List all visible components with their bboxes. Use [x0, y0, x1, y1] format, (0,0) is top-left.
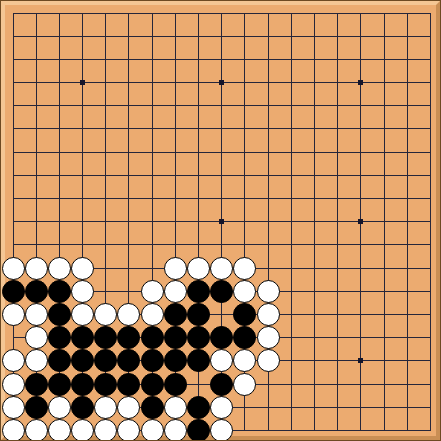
intersection[interactable] [117, 349, 140, 372]
intersection[interactable] [373, 2, 396, 25]
intersection[interactable] [396, 25, 419, 48]
intersection[interactable] [419, 164, 441, 187]
black-stone[interactable] [25, 373, 48, 396]
intersection[interactable] [257, 373, 280, 396]
intersection[interactable] [303, 2, 326, 25]
intersection[interactable] [141, 2, 164, 25]
black-stone[interactable] [210, 326, 233, 349]
intersection[interactable] [187, 257, 210, 280]
intersection[interactable] [280, 94, 303, 117]
white-stone[interactable] [164, 257, 187, 280]
intersection[interactable] [164, 233, 187, 256]
white-stone[interactable] [257, 326, 280, 349]
intersection[interactable] [164, 117, 187, 140]
intersection[interactable] [419, 71, 441, 94]
black-stone[interactable] [141, 349, 164, 372]
black-stone[interactable] [71, 326, 94, 349]
intersection[interactable] [326, 210, 349, 233]
intersection[interactable] [373, 164, 396, 187]
intersection[interactable] [187, 25, 210, 48]
intersection[interactable] [419, 2, 441, 25]
intersection[interactable] [257, 2, 280, 25]
intersection[interactable] [396, 303, 419, 326]
intersection[interactable] [25, 280, 48, 303]
intersection[interactable] [48, 326, 71, 349]
intersection[interactable] [187, 303, 210, 326]
intersection[interactable] [71, 94, 94, 117]
intersection[interactable] [210, 373, 233, 396]
black-stone[interactable] [187, 349, 210, 372]
intersection[interactable] [71, 396, 94, 419]
intersection[interactable] [233, 257, 256, 280]
intersection[interactable] [141, 187, 164, 210]
intersection[interactable] [48, 164, 71, 187]
intersection[interactable] [233, 187, 256, 210]
intersection[interactable] [257, 419, 280, 441]
intersection[interactable] [164, 25, 187, 48]
intersection[interactable] [141, 326, 164, 349]
intersection[interactable] [349, 326, 372, 349]
intersection[interactable] [373, 257, 396, 280]
white-stone[interactable] [2, 396, 25, 419]
intersection[interactable] [94, 94, 117, 117]
intersection[interactable] [419, 419, 441, 441]
black-stone[interactable] [164, 349, 187, 372]
intersection[interactable] [94, 71, 117, 94]
intersection[interactable] [94, 349, 117, 372]
intersection[interactable] [117, 396, 140, 419]
intersection[interactable] [48, 187, 71, 210]
white-stone[interactable] [117, 396, 140, 419]
intersection[interactable] [48, 94, 71, 117]
intersection[interactable] [94, 210, 117, 233]
intersection[interactable] [117, 187, 140, 210]
white-stone[interactable] [233, 257, 256, 280]
intersection[interactable] [396, 210, 419, 233]
white-stone[interactable] [164, 396, 187, 419]
intersection[interactable] [71, 71, 94, 94]
intersection[interactable] [280, 257, 303, 280]
intersection[interactable] [48, 48, 71, 71]
intersection[interactable] [94, 187, 117, 210]
intersection[interactable] [326, 257, 349, 280]
intersection[interactable] [373, 210, 396, 233]
intersection[interactable] [187, 396, 210, 419]
intersection[interactable] [396, 94, 419, 117]
intersection[interactable] [187, 164, 210, 187]
black-stone[interactable] [187, 396, 210, 419]
intersection[interactable] [303, 187, 326, 210]
intersection[interactable] [257, 280, 280, 303]
white-stone[interactable] [71, 419, 94, 441]
black-stone[interactable] [141, 396, 164, 419]
intersection[interactable] [71, 349, 94, 372]
intersection[interactable] [141, 71, 164, 94]
intersection[interactable] [48, 210, 71, 233]
intersection[interactable] [396, 48, 419, 71]
intersection[interactable] [25, 210, 48, 233]
intersection[interactable] [349, 48, 372, 71]
intersection[interactable] [141, 419, 164, 441]
intersection[interactable] [303, 373, 326, 396]
white-stone[interactable] [117, 303, 140, 326]
intersection[interactable] [187, 349, 210, 372]
intersection[interactable] [326, 233, 349, 256]
intersection[interactable] [326, 303, 349, 326]
intersection[interactable] [187, 187, 210, 210]
intersection[interactable] [210, 257, 233, 280]
intersection[interactable] [164, 303, 187, 326]
intersection[interactable] [373, 48, 396, 71]
intersection[interactable] [280, 303, 303, 326]
white-stone[interactable] [2, 257, 25, 280]
white-stone[interactable] [257, 303, 280, 326]
intersection[interactable] [141, 280, 164, 303]
white-stone[interactable] [141, 419, 164, 441]
intersection[interactable] [164, 210, 187, 233]
black-stone[interactable] [141, 326, 164, 349]
intersection[interactable] [71, 210, 94, 233]
intersection[interactable] [233, 326, 256, 349]
intersection[interactable] [141, 117, 164, 140]
intersection[interactable] [233, 71, 256, 94]
intersection[interactable] [233, 117, 256, 140]
intersection[interactable] [280, 210, 303, 233]
intersection[interactable] [280, 25, 303, 48]
intersection[interactable] [164, 164, 187, 187]
intersection[interactable] [326, 419, 349, 441]
intersection[interactable] [2, 94, 25, 117]
intersection[interactable] [419, 373, 441, 396]
intersection[interactable] [48, 349, 71, 372]
black-stone[interactable] [94, 373, 117, 396]
white-stone[interactable] [141, 303, 164, 326]
intersection[interactable] [233, 373, 256, 396]
intersection[interactable] [94, 396, 117, 419]
intersection[interactable] [2, 117, 25, 140]
intersection[interactable] [303, 48, 326, 71]
black-stone[interactable] [210, 280, 233, 303]
white-stone[interactable] [210, 396, 233, 419]
intersection[interactable] [396, 187, 419, 210]
intersection[interactable] [233, 419, 256, 441]
intersection[interactable] [141, 349, 164, 372]
white-stone[interactable] [257, 349, 280, 372]
intersection[interactable] [303, 94, 326, 117]
intersection[interactable] [94, 164, 117, 187]
intersection[interactable] [280, 349, 303, 372]
intersection[interactable] [71, 2, 94, 25]
intersection[interactable] [141, 25, 164, 48]
white-stone[interactable] [210, 349, 233, 372]
intersection[interactable] [303, 71, 326, 94]
intersection[interactable] [349, 419, 372, 441]
intersection[interactable] [164, 373, 187, 396]
white-stone[interactable] [2, 419, 25, 441]
intersection[interactable] [349, 303, 372, 326]
intersection[interactable] [419, 94, 441, 117]
intersection[interactable] [419, 187, 441, 210]
intersection[interactable] [94, 233, 117, 256]
intersection[interactable] [326, 326, 349, 349]
intersection[interactable] [71, 164, 94, 187]
intersection[interactable] [187, 141, 210, 164]
black-stone[interactable] [187, 419, 210, 441]
intersection[interactable] [141, 396, 164, 419]
intersection[interactable] [117, 280, 140, 303]
intersection[interactable] [2, 48, 25, 71]
intersection[interactable] [25, 2, 48, 25]
intersection[interactable] [373, 303, 396, 326]
intersection[interactable] [349, 210, 372, 233]
intersection[interactable] [257, 164, 280, 187]
intersection[interactable] [94, 280, 117, 303]
white-stone[interactable] [187, 257, 210, 280]
intersection[interactable] [2, 164, 25, 187]
intersection[interactable] [349, 71, 372, 94]
intersection[interactable] [257, 71, 280, 94]
intersection[interactable] [71, 373, 94, 396]
intersection[interactable] [349, 233, 372, 256]
intersection[interactable] [48, 303, 71, 326]
black-stone[interactable] [48, 349, 71, 372]
intersection[interactable] [141, 141, 164, 164]
intersection[interactable] [373, 71, 396, 94]
intersection[interactable] [25, 71, 48, 94]
intersection[interactable] [164, 141, 187, 164]
intersection[interactable] [187, 71, 210, 94]
black-stone[interactable] [48, 303, 71, 326]
intersection[interactable] [71, 117, 94, 140]
intersection[interactable] [25, 187, 48, 210]
intersection[interactable] [257, 48, 280, 71]
intersection[interactable] [2, 303, 25, 326]
black-stone[interactable] [94, 326, 117, 349]
intersection[interactable] [210, 48, 233, 71]
intersection[interactable] [419, 48, 441, 71]
intersection[interactable] [349, 25, 372, 48]
intersection[interactable] [210, 303, 233, 326]
intersection[interactable] [94, 419, 117, 441]
intersection[interactable] [419, 326, 441, 349]
intersection[interactable] [257, 257, 280, 280]
intersection[interactable] [419, 117, 441, 140]
intersection[interactable] [187, 233, 210, 256]
intersection[interactable] [257, 303, 280, 326]
intersection[interactable] [303, 326, 326, 349]
white-stone[interactable] [164, 280, 187, 303]
intersection[interactable] [210, 349, 233, 372]
intersection[interactable] [373, 117, 396, 140]
intersection[interactable] [94, 48, 117, 71]
intersection[interactable] [396, 280, 419, 303]
intersection[interactable] [210, 233, 233, 256]
white-stone[interactable] [71, 280, 94, 303]
intersection[interactable] [349, 94, 372, 117]
intersection[interactable] [419, 303, 441, 326]
intersection[interactable] [303, 349, 326, 372]
intersection[interactable] [233, 48, 256, 71]
white-stone[interactable] [94, 419, 117, 441]
white-stone[interactable] [48, 396, 71, 419]
intersection[interactable] [373, 396, 396, 419]
intersection[interactable] [233, 233, 256, 256]
intersection[interactable] [164, 280, 187, 303]
intersection[interactable] [187, 280, 210, 303]
intersection[interactable] [326, 141, 349, 164]
black-stone[interactable] [71, 349, 94, 372]
intersection[interactable] [373, 141, 396, 164]
intersection[interactable] [117, 71, 140, 94]
white-stone[interactable] [25, 326, 48, 349]
intersection[interactable] [280, 233, 303, 256]
intersection[interactable] [210, 396, 233, 419]
black-stone[interactable] [71, 396, 94, 419]
intersection[interactable] [117, 373, 140, 396]
intersection[interactable] [48, 141, 71, 164]
intersection[interactable] [25, 349, 48, 372]
black-stone[interactable] [233, 303, 256, 326]
intersection[interactable] [210, 25, 233, 48]
intersection[interactable] [187, 94, 210, 117]
intersection[interactable] [326, 373, 349, 396]
black-stone[interactable] [187, 280, 210, 303]
intersection[interactable] [257, 187, 280, 210]
intersection[interactable] [233, 396, 256, 419]
intersection[interactable] [94, 141, 117, 164]
intersection[interactable] [349, 280, 372, 303]
intersection[interactable] [396, 164, 419, 187]
white-stone[interactable] [25, 419, 48, 441]
white-stone[interactable] [2, 373, 25, 396]
intersection[interactable] [419, 280, 441, 303]
intersection[interactable] [210, 71, 233, 94]
intersection[interactable] [2, 349, 25, 372]
white-stone[interactable] [233, 349, 256, 372]
intersection[interactable] [349, 187, 372, 210]
white-stone[interactable] [71, 303, 94, 326]
intersection[interactable] [187, 117, 210, 140]
intersection[interactable] [2, 2, 25, 25]
intersection[interactable] [257, 210, 280, 233]
white-stone[interactable] [48, 257, 71, 280]
intersection[interactable] [280, 71, 303, 94]
intersection[interactable] [373, 349, 396, 372]
white-stone[interactable] [257, 280, 280, 303]
intersection[interactable] [71, 303, 94, 326]
intersection[interactable] [257, 141, 280, 164]
intersection[interactable] [349, 349, 372, 372]
white-stone[interactable] [210, 419, 233, 441]
intersection[interactable] [164, 94, 187, 117]
intersection[interactable] [71, 141, 94, 164]
intersection[interactable] [396, 141, 419, 164]
intersection[interactable] [257, 117, 280, 140]
black-stone[interactable] [117, 326, 140, 349]
intersection[interactable] [280, 326, 303, 349]
intersection[interactable] [303, 419, 326, 441]
intersection[interactable] [94, 25, 117, 48]
white-stone[interactable] [233, 373, 256, 396]
intersection[interactable] [396, 326, 419, 349]
intersection[interactable] [373, 25, 396, 48]
intersection[interactable] [396, 257, 419, 280]
intersection[interactable] [419, 233, 441, 256]
black-stone[interactable] [48, 280, 71, 303]
intersection[interactable] [164, 396, 187, 419]
intersection[interactable] [187, 373, 210, 396]
intersection[interactable] [71, 280, 94, 303]
intersection[interactable] [349, 164, 372, 187]
black-stone[interactable] [2, 280, 25, 303]
intersection[interactable] [48, 280, 71, 303]
intersection[interactable] [117, 164, 140, 187]
intersection[interactable] [303, 396, 326, 419]
intersection[interactable] [2, 419, 25, 441]
intersection[interactable] [233, 164, 256, 187]
intersection[interactable] [396, 2, 419, 25]
intersection[interactable] [117, 303, 140, 326]
intersection[interactable] [117, 210, 140, 233]
intersection[interactable] [164, 257, 187, 280]
intersection[interactable] [141, 233, 164, 256]
intersection[interactable] [326, 349, 349, 372]
intersection[interactable] [280, 280, 303, 303]
intersection[interactable] [141, 303, 164, 326]
intersection[interactable] [303, 25, 326, 48]
intersection[interactable] [373, 419, 396, 441]
intersection[interactable] [48, 2, 71, 25]
white-stone[interactable] [117, 419, 140, 441]
intersection[interactable] [117, 2, 140, 25]
black-stone[interactable] [48, 326, 71, 349]
black-stone[interactable] [233, 326, 256, 349]
black-stone[interactable] [187, 326, 210, 349]
intersection[interactable] [303, 280, 326, 303]
intersection[interactable] [233, 25, 256, 48]
intersection[interactable] [349, 257, 372, 280]
black-stone[interactable] [164, 303, 187, 326]
intersection[interactable] [210, 326, 233, 349]
intersection[interactable] [280, 2, 303, 25]
intersection[interactable] [280, 187, 303, 210]
intersection[interactable] [326, 2, 349, 25]
intersection[interactable] [303, 210, 326, 233]
black-stone[interactable] [25, 396, 48, 419]
intersection[interactable] [94, 373, 117, 396]
intersection[interactable] [349, 373, 372, 396]
black-stone[interactable] [210, 373, 233, 396]
intersection[interactable] [164, 326, 187, 349]
intersection[interactable] [373, 233, 396, 256]
white-stone[interactable] [25, 349, 48, 372]
intersection[interactable] [25, 326, 48, 349]
intersection[interactable] [71, 419, 94, 441]
intersection[interactable] [25, 373, 48, 396]
black-stone[interactable] [187, 303, 210, 326]
intersection[interactable] [2, 141, 25, 164]
intersection[interactable] [164, 2, 187, 25]
intersection[interactable] [233, 2, 256, 25]
intersection[interactable] [280, 396, 303, 419]
intersection[interactable] [141, 257, 164, 280]
intersection[interactable] [187, 2, 210, 25]
intersection[interactable] [2, 210, 25, 233]
white-stone[interactable] [141, 280, 164, 303]
intersection[interactable] [396, 419, 419, 441]
intersection[interactable] [71, 25, 94, 48]
intersection[interactable] [257, 349, 280, 372]
